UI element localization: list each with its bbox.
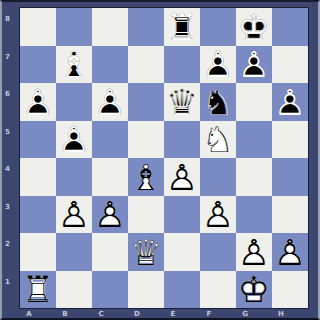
square-b4[interactable] xyxy=(56,158,92,196)
piece-outline-glyph: ♙ xyxy=(92,84,128,122)
square-c7[interactable] xyxy=(92,46,128,84)
square-a7[interactable] xyxy=(20,46,56,84)
square-g6[interactable] xyxy=(236,83,272,121)
piece-outline-glyph: ♖ xyxy=(20,272,56,310)
square-a1[interactable]: ♜♖ xyxy=(20,271,56,309)
white-pawn-piece: ♟♙ xyxy=(236,233,272,271)
black-knight-piece: ♞♘ xyxy=(200,83,236,121)
square-g7[interactable]: ♟♙ xyxy=(236,46,272,84)
piece-outline-glyph: ♙ xyxy=(272,234,308,272)
square-c8[interactable] xyxy=(92,8,128,46)
square-b2[interactable] xyxy=(56,233,92,271)
square-b1[interactable] xyxy=(56,271,92,309)
black-pawn-piece: ♟♙ xyxy=(56,121,92,159)
piece-outline-glyph: ♙ xyxy=(56,122,92,160)
square-c1[interactable] xyxy=(92,271,128,309)
square-d5[interactable] xyxy=(128,121,164,159)
square-a5[interactable] xyxy=(20,121,56,159)
square-b6[interactable] xyxy=(56,83,92,121)
rank-label-8: 8 xyxy=(0,14,15,24)
square-e3[interactable] xyxy=(164,196,200,234)
file-label-f: F xyxy=(200,309,218,319)
white-knight-piece: ♞♘ xyxy=(200,121,236,159)
square-d1[interactable] xyxy=(128,271,164,309)
square-b5[interactable]: ♟♙ xyxy=(56,121,92,159)
square-c2[interactable] xyxy=(92,233,128,271)
white-pawn-piece: ♟♙ xyxy=(164,158,200,196)
piece-outline-glyph: ♘ xyxy=(200,122,236,160)
square-h1[interactable] xyxy=(272,271,308,309)
square-f1[interactable] xyxy=(200,271,236,309)
square-e2[interactable] xyxy=(164,233,200,271)
piece-outline-glyph: ♕ xyxy=(128,234,164,272)
piece-outline-glyph: ♕ xyxy=(164,84,200,122)
square-e7[interactable] xyxy=(164,46,200,84)
square-g4[interactable] xyxy=(236,158,272,196)
piece-outline-glyph: ♙ xyxy=(56,197,92,235)
piece-outline-glyph: ♙ xyxy=(92,197,128,235)
piece-outline-glyph: ♔ xyxy=(236,272,272,310)
square-f2[interactable] xyxy=(200,233,236,271)
square-g8[interactable]: ♚♔ xyxy=(236,8,272,46)
piece-outline-glyph: ♙ xyxy=(200,197,236,235)
square-a4[interactable] xyxy=(20,158,56,196)
black-king-piece: ♚♔ xyxy=(236,8,272,46)
piece-outline-glyph: ♖ xyxy=(164,9,200,47)
rank-label-6: 6 xyxy=(0,89,15,99)
square-d7[interactable] xyxy=(128,46,164,84)
piece-outline-glyph: ♙ xyxy=(164,159,200,197)
black-rook-piece: ♜♖ xyxy=(164,8,200,46)
file-label-h: H xyxy=(272,309,290,319)
square-g5[interactable] xyxy=(236,121,272,159)
rank-label-5: 5 xyxy=(0,127,15,137)
black-bishop-piece: ♝♗ xyxy=(56,46,92,84)
square-f4[interactable] xyxy=(200,158,236,196)
white-rook-piece: ♜♖ xyxy=(20,271,56,309)
square-d4[interactable]: ♝♗ xyxy=(128,158,164,196)
rank-label-3: 3 xyxy=(0,202,15,212)
file-label-e: E xyxy=(164,309,182,319)
file-label-d: D xyxy=(128,309,146,319)
square-h7[interactable] xyxy=(272,46,308,84)
white-pawn-piece: ♟♙ xyxy=(200,196,236,234)
square-h2[interactable]: ♟♙ xyxy=(272,233,308,271)
piece-outline-glyph: ♗ xyxy=(56,47,92,85)
white-pawn-piece: ♟♙ xyxy=(272,233,308,271)
square-e1[interactable] xyxy=(164,271,200,309)
square-g2[interactable]: ♟♙ xyxy=(236,233,272,271)
square-c3[interactable]: ♟♙ xyxy=(92,196,128,234)
piece-outline-glyph: ♔ xyxy=(236,9,272,47)
square-f5[interactable]: ♞♘ xyxy=(200,121,236,159)
file-label-c: C xyxy=(92,309,110,319)
black-pawn-piece: ♟♙ xyxy=(200,46,236,84)
chess-board: ♜♖♚♔♝♗♟♙♟♙♟♙♟♙♛♕♞♘♟♙♟♙♞♘♝♗♟♙♟♙♟♙♟♙♛♕♟♙♟♙… xyxy=(20,8,308,308)
piece-outline-glyph: ♙ xyxy=(236,234,272,272)
square-a6[interactable]: ♟♙ xyxy=(20,83,56,121)
square-h6[interactable]: ♟♙ xyxy=(272,83,308,121)
square-h8[interactable] xyxy=(272,8,308,46)
rank-label-4: 4 xyxy=(0,164,15,174)
square-c5[interactable] xyxy=(92,121,128,159)
black-pawn-piece: ♟♙ xyxy=(236,46,272,84)
white-queen-piece: ♛♕ xyxy=(128,233,164,271)
rank-label-7: 7 xyxy=(0,52,15,62)
square-g1[interactable]: ♚♔ xyxy=(236,271,272,309)
square-c4[interactable] xyxy=(92,158,128,196)
white-pawn-piece: ♟♙ xyxy=(56,196,92,234)
square-a2[interactable] xyxy=(20,233,56,271)
square-g3[interactable] xyxy=(236,196,272,234)
square-b8[interactable] xyxy=(56,8,92,46)
square-e6[interactable]: ♛♕ xyxy=(164,83,200,121)
square-f3[interactable]: ♟♙ xyxy=(200,196,236,234)
file-label-a: A xyxy=(20,309,38,319)
square-e8[interactable]: ♜♖ xyxy=(164,8,200,46)
black-queen-piece: ♛♕ xyxy=(164,83,200,121)
piece-outline-glyph: ♙ xyxy=(272,84,308,122)
square-d8[interactable] xyxy=(128,8,164,46)
white-king-piece: ♚♔ xyxy=(236,271,272,309)
rank-label-1: 1 xyxy=(0,277,15,287)
square-h3[interactable] xyxy=(272,196,308,234)
file-label-g: G xyxy=(236,309,254,319)
square-h4[interactable] xyxy=(272,158,308,196)
square-f7[interactable]: ♟♙ xyxy=(200,46,236,84)
square-d2[interactable]: ♛♕ xyxy=(128,233,164,271)
piece-outline-glyph: ♙ xyxy=(236,47,272,85)
black-pawn-piece: ♟♙ xyxy=(92,83,128,121)
square-d6[interactable] xyxy=(128,83,164,121)
piece-outline-glyph: ♘ xyxy=(200,84,236,122)
square-e4[interactable]: ♟♙ xyxy=(164,158,200,196)
piece-outline-glyph: ♙ xyxy=(20,84,56,122)
black-pawn-piece: ♟♙ xyxy=(272,83,308,121)
square-a8[interactable] xyxy=(20,8,56,46)
rank-label-2: 2 xyxy=(0,239,15,249)
black-pawn-piece: ♟♙ xyxy=(20,83,56,121)
square-c6[interactable]: ♟♙ xyxy=(92,83,128,121)
square-a3[interactable] xyxy=(20,196,56,234)
square-b7[interactable]: ♝♗ xyxy=(56,46,92,84)
white-bishop-piece: ♝♗ xyxy=(128,158,164,196)
piece-outline-glyph: ♗ xyxy=(128,159,164,197)
piece-outline-glyph: ♙ xyxy=(200,47,236,85)
white-pawn-piece: ♟♙ xyxy=(92,196,128,234)
square-f6[interactable]: ♞♘ xyxy=(200,83,236,121)
square-b3[interactable]: ♟♙ xyxy=(56,196,92,234)
file-label-b: B xyxy=(56,309,74,319)
square-d3[interactable] xyxy=(128,196,164,234)
square-e5[interactable] xyxy=(164,121,200,159)
chess-diagram: ♜♖♚♔♝♗♟♙♟♙♟♙♟♙♛♕♞♘♟♙♟♙♞♘♝♗♟♙♟♙♟♙♟♙♛♕♟♙♟♙… xyxy=(0,0,320,320)
square-f8[interactable] xyxy=(200,8,236,46)
square-h5[interactable] xyxy=(272,121,308,159)
